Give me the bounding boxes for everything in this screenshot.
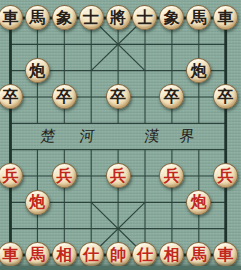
black-general[interactable]: 將	[106, 5, 131, 30]
black-horse[interactable]: 馬	[186, 5, 211, 30]
black-soldier[interactable]: 卒	[52, 84, 77, 109]
red-soldier[interactable]: 兵	[0, 163, 23, 188]
red-soldier[interactable]: 兵	[213, 163, 238, 188]
black-soldier[interactable]: 卒	[213, 84, 238, 109]
red-soldier[interactable]: 兵	[106, 163, 131, 188]
board-bottom-edge	[0, 266, 241, 270]
red-general[interactable]: 帥	[106, 242, 131, 267]
black-advisor[interactable]: 士	[132, 5, 157, 30]
black-chariot[interactable]: 車	[213, 5, 238, 30]
red-cannon[interactable]: 炮	[25, 190, 50, 215]
black-soldier[interactable]: 卒	[106, 84, 131, 109]
black-advisor[interactable]: 士	[79, 5, 104, 30]
red-advisor[interactable]: 仕	[79, 242, 104, 267]
red-cannon[interactable]: 炮	[186, 190, 211, 215]
board-intersections: 車馬象士將士象馬車炮炮卒卒卒卒卒兵兵兵兵兵炮炮車馬相仕帥仕相馬車	[0, 5, 239, 268]
red-elephant[interactable]: 相	[159, 242, 184, 267]
black-soldier[interactable]: 卒	[159, 84, 184, 109]
red-advisor[interactable]: 仕	[132, 242, 157, 267]
red-elephant[interactable]: 相	[52, 242, 77, 267]
red-horse[interactable]: 馬	[25, 242, 50, 267]
red-chariot[interactable]: 車	[0, 242, 23, 267]
black-chariot[interactable]: 車	[0, 5, 23, 30]
black-elephant[interactable]: 象	[159, 5, 184, 30]
red-horse[interactable]: 馬	[186, 242, 211, 267]
red-chariot[interactable]: 車	[213, 242, 238, 267]
black-horse[interactable]: 馬	[25, 5, 50, 30]
xiangqi-board: 楚 河 漢 界 車馬象士將士象馬車炮炮卒卒卒卒卒兵兵兵兵兵炮炮車馬相仕帥仕相馬車	[0, 0, 241, 270]
red-soldier[interactable]: 兵	[159, 163, 184, 188]
black-elephant[interactable]: 象	[52, 5, 77, 30]
red-soldier[interactable]: 兵	[52, 163, 77, 188]
black-cannon[interactable]: 炮	[186, 58, 211, 83]
black-soldier[interactable]: 卒	[0, 84, 23, 109]
black-cannon[interactable]: 炮	[25, 58, 50, 83]
